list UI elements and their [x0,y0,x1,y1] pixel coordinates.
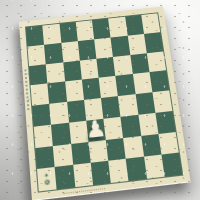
square-a6[interactable] [29,64,48,86]
square-c4[interactable] [67,100,86,123]
square-a1[interactable]: ✶❁ [37,167,57,191]
square-h4[interactable] [152,90,172,112]
square-d3[interactable]: ♟ [86,119,106,142]
square-a5[interactable] [31,84,50,106]
square-b4[interactable] [49,102,68,125]
square-h6[interactable] [146,51,166,72]
square-c8[interactable] [59,22,77,43]
square-c7[interactable] [61,41,80,62]
square-b3[interactable] [51,122,70,145]
square-b8[interactable] [43,24,61,45]
square-h2[interactable] [158,132,179,155]
square-c2[interactable] [71,142,91,166]
square-b6[interactable] [46,62,65,84]
margin-printing-bottom [63,188,105,194]
chess-board: ♟✶❁ [19,6,191,200]
square-h3[interactable] [155,111,175,134]
white-pawn[interactable]: ♟ [84,116,107,142]
square-h1[interactable] [161,153,182,177]
square-a2[interactable] [35,146,55,170]
square-c6[interactable] [63,60,82,82]
square-a3[interactable] [34,124,53,147]
square-b1[interactable] [55,165,75,189]
margin-printing-left [24,69,29,110]
square-b5[interactable] [48,82,67,104]
square-a8[interactable] [26,26,44,47]
board-grid: ♟✶❁ [26,13,182,191]
square-h8[interactable] [141,13,160,33]
photo-scene: ♟✶❁ [0,0,200,200]
square-h7[interactable] [144,32,163,53]
square-a4[interactable] [32,104,51,127]
square-h5[interactable] [149,70,169,92]
square-c1[interactable] [73,163,93,187]
square-b7[interactable] [44,43,63,64]
square-b2[interactable] [53,144,73,168]
square-c5[interactable] [65,80,84,102]
maker-logo-icon: ✶❁ [37,167,57,191]
square-a7[interactable] [28,45,46,66]
